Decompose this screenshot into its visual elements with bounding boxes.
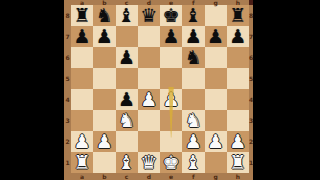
square-h1[interactable]: ♜: [227, 152, 249, 173]
black-pawn: ♟: [227, 26, 249, 47]
white-pawn: ♟: [93, 131, 115, 152]
rank-label-right-4: 4: [249, 97, 254, 103]
white-rook: ♜: [71, 152, 93, 173]
square-g5[interactable]: [205, 68, 227, 89]
square-h5[interactable]: [227, 68, 249, 89]
square-g4[interactable]: [205, 89, 227, 110]
rank-label-left-6: 6: [65, 55, 71, 61]
file-label-bottom-d: d: [138, 174, 160, 180]
white-pawn: ♟: [160, 89, 182, 110]
square-f2[interactable]: ♟: [182, 131, 204, 152]
square-d3[interactable]: [138, 110, 160, 131]
square-d6[interactable]: [138, 47, 160, 68]
square-f3[interactable]: ♞: [182, 110, 204, 131]
square-e7[interactable]: ♟: [160, 26, 182, 47]
square-b8[interactable]: ♞: [93, 5, 115, 26]
white-king: ♚: [160, 152, 182, 173]
rank-label-left-7: 7: [65, 34, 71, 40]
square-b7[interactable]: ♟: [93, 26, 115, 47]
square-d1[interactable]: ♛: [138, 152, 160, 173]
square-e1[interactable]: ♚: [160, 152, 182, 173]
square-h2[interactable]: ♟: [227, 131, 249, 152]
square-h4[interactable]: [227, 89, 249, 110]
rank-label-left-1: 1: [65, 160, 71, 166]
corner-marker: [249, 0, 253, 5]
square-e5[interactable]: [160, 68, 182, 89]
square-g3[interactable]: [205, 110, 227, 131]
file-label-bottom-g: g: [205, 174, 227, 180]
board-grid: ♜♞♝♛♚♝♜♟♟♟♟♟♟♟♞♟♟♟♞♞♟♟♟♟♟♜♝♛♚♝♜: [71, 5, 249, 173]
square-b5[interactable]: [93, 68, 115, 89]
square-c8[interactable]: ♝: [116, 5, 138, 26]
white-pawn: ♟: [182, 131, 204, 152]
square-g8[interactable]: [205, 5, 227, 26]
square-b4[interactable]: [93, 89, 115, 110]
file-label-bottom-a: a: [71, 174, 93, 180]
black-pawn: ♟: [160, 26, 182, 47]
black-rook: ♜: [227, 5, 249, 26]
file-label-bottom-c: c: [116, 174, 138, 180]
black-knight: ♞: [182, 47, 204, 68]
square-c1[interactable]: ♝: [116, 152, 138, 173]
white-pawn: ♟: [71, 131, 93, 152]
square-e3[interactable]: [160, 110, 182, 131]
black-pawn: ♟: [182, 26, 204, 47]
rank-label-right-1: 1: [249, 160, 254, 166]
square-a5[interactable]: [71, 68, 93, 89]
white-knight: ♞: [116, 110, 138, 131]
rank-label-left-5: 5: [65, 76, 71, 82]
black-bishop: ♝: [116, 5, 138, 26]
file-label-bottom-f: f: [182, 174, 204, 180]
black-pawn: ♟: [205, 26, 227, 47]
square-g2[interactable]: ♟: [205, 131, 227, 152]
square-c3[interactable]: ♞: [116, 110, 138, 131]
black-king: ♚: [160, 5, 182, 26]
square-f5[interactable]: [182, 68, 204, 89]
rank-label-right-8: 8: [249, 13, 254, 19]
black-pawn: ♟: [116, 47, 138, 68]
file-label-bottom-e: e: [160, 174, 182, 180]
square-e6[interactable]: [160, 47, 182, 68]
square-h6[interactable]: [227, 47, 249, 68]
rank-label-right-2: 2: [249, 139, 254, 145]
rank-label-right-6: 6: [249, 55, 254, 61]
square-a1[interactable]: ♜: [71, 152, 93, 173]
square-a6[interactable]: [71, 47, 93, 68]
white-knight: ♞: [182, 110, 204, 131]
square-d4[interactable]: ♟: [138, 89, 160, 110]
white-pawn: ♟: [227, 131, 249, 152]
square-e8[interactable]: ♚: [160, 5, 182, 26]
square-c5[interactable]: [116, 68, 138, 89]
rank-label-right-7: 7: [249, 34, 254, 40]
square-b6[interactable]: [93, 47, 115, 68]
square-c6[interactable]: ♟: [116, 47, 138, 68]
square-g6[interactable]: [205, 47, 227, 68]
black-knight: ♞: [93, 5, 115, 26]
square-c7[interactable]: [116, 26, 138, 47]
white-rook: ♜: [227, 152, 249, 173]
square-f8[interactable]: ♝: [182, 5, 204, 26]
square-a2[interactable]: ♟: [71, 131, 93, 152]
rank-label-right-3: 3: [249, 118, 254, 124]
square-b3[interactable]: [93, 110, 115, 131]
black-bishop: ♝: [182, 5, 204, 26]
video-frame: ♜♞♝♛♚♝♜♟♟♟♟♟♟♟♞♟♟♟♞♞♟♟♟♟♟♜♝♛♚♝♜ aabbccdd…: [0, 0, 320, 180]
white-queen: ♛: [138, 152, 160, 173]
square-b2[interactable]: ♟: [93, 131, 115, 152]
rank-label-left-2: 2: [65, 139, 71, 145]
square-h7[interactable]: ♟: [227, 26, 249, 47]
square-d8[interactable]: ♛: [138, 5, 160, 26]
square-b1[interactable]: [93, 152, 115, 173]
square-a4[interactable]: [71, 89, 93, 110]
white-pawn: ♟: [205, 131, 227, 152]
square-a7[interactable]: ♟: [71, 26, 93, 47]
white-bishop: ♝: [182, 152, 204, 173]
square-h3[interactable]: [227, 110, 249, 131]
square-f7[interactable]: ♟: [182, 26, 204, 47]
square-d5[interactable]: [138, 68, 160, 89]
file-label-bottom-h: h: [227, 174, 249, 180]
black-pawn: ♟: [116, 89, 138, 110]
rank-label-right-5: 5: [249, 76, 254, 82]
black-pawn: ♟: [71, 26, 93, 47]
file-label-bottom-b: b: [93, 174, 115, 180]
black-queen: ♛: [138, 5, 160, 26]
white-pawn: ♟: [138, 89, 160, 110]
square-e4[interactable]: ♟: [160, 89, 182, 110]
chess-board: ♜♞♝♛♚♝♜♟♟♟♟♟♟♟♞♟♟♟♞♞♟♟♟♟♟♜♝♛♚♝♜ aabbccdd…: [64, 0, 253, 180]
rank-label-left-3: 3: [65, 118, 71, 124]
square-d2[interactable]: [138, 131, 160, 152]
square-g7[interactable]: ♟: [205, 26, 227, 47]
square-h8[interactable]: ♜: [227, 5, 249, 26]
black-pawn: ♟: [93, 26, 115, 47]
square-c2[interactable]: [116, 131, 138, 152]
square-e2[interactable]: [160, 131, 182, 152]
square-f6[interactable]: ♞: [182, 47, 204, 68]
square-d7[interactable]: [138, 26, 160, 47]
square-g1[interactable]: [205, 152, 227, 173]
black-rook: ♜: [71, 5, 93, 26]
square-f4[interactable]: [182, 89, 204, 110]
rank-label-left-8: 8: [65, 13, 71, 19]
rank-label-left-4: 4: [65, 97, 71, 103]
square-f1[interactable]: ♝: [182, 152, 204, 173]
square-a8[interactable]: ♜: [71, 5, 93, 26]
square-c4[interactable]: ♟: [116, 89, 138, 110]
white-bishop: ♝: [116, 152, 138, 173]
square-a3[interactable]: [71, 110, 93, 131]
